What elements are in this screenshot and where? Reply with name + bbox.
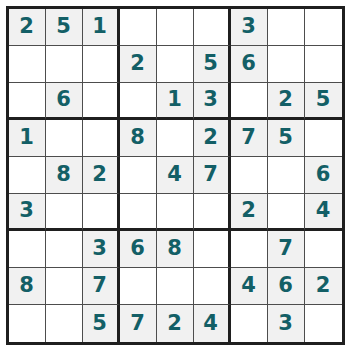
sudoku-cell-r6c8-empty[interactable] (268, 194, 305, 231)
sudoku-cell-r5c2-given[interactable]: 8 (46, 157, 83, 194)
sudoku-cell-r6c5-empty[interactable] (157, 194, 194, 231)
sudoku-cell-r4c2-empty[interactable] (46, 120, 83, 157)
sudoku-cell-r7c2-empty[interactable] (46, 231, 83, 268)
sudoku-cell-r5c7-empty[interactable] (231, 157, 268, 194)
sudoku-cell-r2c3-empty[interactable] (83, 46, 120, 83)
sudoku-cell-r7c9-empty[interactable] (305, 231, 342, 268)
sudoku-cell-r3c4-empty[interactable] (120, 83, 157, 120)
sudoku-cell-r7c6-empty[interactable] (194, 231, 231, 268)
sudoku-cell-r9c8-given[interactable]: 3 (268, 305, 305, 342)
sudoku-cell-r1c1-given[interactable]: 2 (9, 9, 46, 46)
sudoku-cell-r3c8-given[interactable]: 2 (268, 83, 305, 120)
sudoku-cell-r7c7-empty[interactable] (231, 231, 268, 268)
sudoku-cell-r7c4-given[interactable]: 6 (120, 231, 157, 268)
sudoku-cell-r2c7-given[interactable]: 6 (231, 46, 268, 83)
sudoku-cell-r2c4-given[interactable]: 2 (120, 46, 157, 83)
sudoku-cell-r1c6-empty[interactable] (194, 9, 231, 46)
sudoku-cell-r6c1-given[interactable]: 3 (9, 194, 46, 231)
sudoku-cell-r1c3-given[interactable]: 1 (83, 9, 120, 46)
sudoku-cell-r1c8-empty[interactable] (268, 9, 305, 46)
sudoku-cell-r3c7-empty[interactable] (231, 83, 268, 120)
sudoku-cell-r6c3-empty[interactable] (83, 194, 120, 231)
sudoku-page: 251325661325182758247632436878746257243 (0, 0, 350, 350)
sudoku-cell-r3c3-empty[interactable] (83, 83, 120, 120)
sudoku-cell-r7c3-given[interactable]: 3 (83, 231, 120, 268)
sudoku-cell-r5c4-empty[interactable] (120, 157, 157, 194)
sudoku-cell-r4c5-empty[interactable] (157, 120, 194, 157)
sudoku-cell-r5c1-empty[interactable] (9, 157, 46, 194)
sudoku-cell-r3c9-given[interactable]: 5 (305, 83, 342, 120)
sudoku-cell-r8c5-empty[interactable] (157, 268, 194, 305)
sudoku-cell-r9c7-empty[interactable] (231, 305, 268, 342)
sudoku-cell-r9c6-given[interactable]: 4 (194, 305, 231, 342)
sudoku-cell-r3c2-given[interactable]: 6 (46, 83, 83, 120)
sudoku-cell-r6c4-empty[interactable] (120, 194, 157, 231)
sudoku-cell-r9c2-empty[interactable] (46, 305, 83, 342)
sudoku-cell-r6c7-given[interactable]: 2 (231, 194, 268, 231)
sudoku-cell-r4c9-empty[interactable] (305, 120, 342, 157)
sudoku-cell-r5c9-given[interactable]: 6 (305, 157, 342, 194)
sudoku-cell-r8c6-empty[interactable] (194, 268, 231, 305)
sudoku-cell-r9c5-given[interactable]: 2 (157, 305, 194, 342)
sudoku-cell-r3c6-given[interactable]: 3 (194, 83, 231, 120)
sudoku-cell-r3c5-given[interactable]: 1 (157, 83, 194, 120)
sudoku-cell-r5c5-given[interactable]: 4 (157, 157, 194, 194)
sudoku-cell-r2c1-empty[interactable] (9, 46, 46, 83)
sudoku-cell-r3c1-empty[interactable] (9, 83, 46, 120)
sudoku-cell-r7c5-given[interactable]: 8 (157, 231, 194, 268)
sudoku-board: 251325661325182758247632436878746257243 (6, 6, 345, 345)
sudoku-cell-r8c3-given[interactable]: 7 (83, 268, 120, 305)
sudoku-cell-r2c5-empty[interactable] (157, 46, 194, 83)
sudoku-cell-r8c8-given[interactable]: 6 (268, 268, 305, 305)
sudoku-cell-r4c4-given[interactable]: 8 (120, 120, 157, 157)
sudoku-cell-r7c8-given[interactable]: 7 (268, 231, 305, 268)
sudoku-cell-r9c4-given[interactable]: 7 (120, 305, 157, 342)
sudoku-cell-r6c6-empty[interactable] (194, 194, 231, 231)
sudoku-cell-r4c7-given[interactable]: 7 (231, 120, 268, 157)
sudoku-cell-r2c9-empty[interactable] (305, 46, 342, 83)
sudoku-cell-r8c9-given[interactable]: 2 (305, 268, 342, 305)
sudoku-cell-r8c1-given[interactable]: 8 (9, 268, 46, 305)
sudoku-cell-r8c2-empty[interactable] (46, 268, 83, 305)
sudoku-cell-r2c2-empty[interactable] (46, 46, 83, 83)
sudoku-cell-r4c6-given[interactable]: 2 (194, 120, 231, 157)
sudoku-cell-r5c3-given[interactable]: 2 (83, 157, 120, 194)
sudoku-cell-r7c1-empty[interactable] (9, 231, 46, 268)
sudoku-cell-r4c3-empty[interactable] (83, 120, 120, 157)
sudoku-cell-r1c4-empty[interactable] (120, 9, 157, 46)
sudoku-cell-r9c1-empty[interactable] (9, 305, 46, 342)
sudoku-cell-r9c9-empty[interactable] (305, 305, 342, 342)
sudoku-cell-r4c1-given[interactable]: 1 (9, 120, 46, 157)
sudoku-cell-r6c2-empty[interactable] (46, 194, 83, 231)
sudoku-cell-r1c2-given[interactable]: 5 (46, 9, 83, 46)
sudoku-cell-r1c5-empty[interactable] (157, 9, 194, 46)
sudoku-cell-r5c6-given[interactable]: 7 (194, 157, 231, 194)
sudoku-cell-r1c7-given[interactable]: 3 (231, 9, 268, 46)
sudoku-cell-r6c9-given[interactable]: 4 (305, 194, 342, 231)
sudoku-cell-r9c3-given[interactable]: 5 (83, 305, 120, 342)
sudoku-cell-r2c6-given[interactable]: 5 (194, 46, 231, 83)
sudoku-cell-r1c9-empty[interactable] (305, 9, 342, 46)
sudoku-cell-r8c4-empty[interactable] (120, 268, 157, 305)
sudoku-cell-r5c8-empty[interactable] (268, 157, 305, 194)
sudoku-cell-r8c7-given[interactable]: 4 (231, 268, 268, 305)
sudoku-cell-r2c8-empty[interactable] (268, 46, 305, 83)
sudoku-cell-r4c8-given[interactable]: 5 (268, 120, 305, 157)
